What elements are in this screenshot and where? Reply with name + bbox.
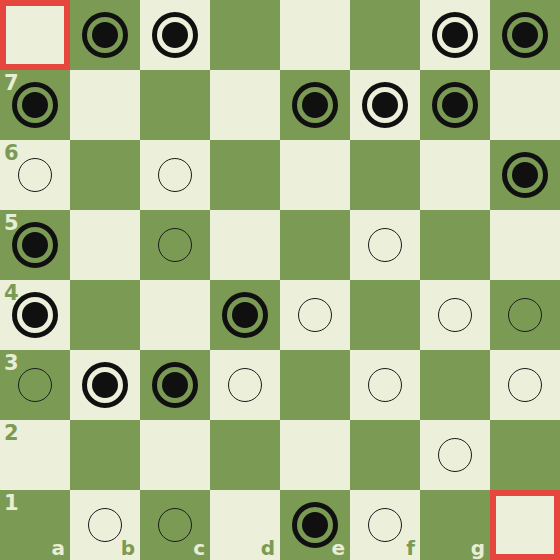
square-h1[interactable]: [490, 490, 560, 560]
rank-label-3: 3: [4, 353, 19, 374]
file-label-b: b: [121, 538, 135, 558]
square-e8[interactable]: [280, 0, 350, 70]
square-c5[interactable]: [140, 210, 210, 280]
square-b5[interactable]: [70, 210, 140, 280]
file-label-g: g: [471, 538, 485, 558]
square-f3[interactable]: [350, 350, 420, 420]
square-g1[interactable]: g: [420, 490, 490, 560]
square-c8[interactable]: [140, 0, 210, 70]
white-piece[interactable]: [438, 438, 472, 472]
square-e1[interactable]: e: [280, 490, 350, 560]
rank-label-2: 2: [4, 423, 19, 444]
square-f8[interactable]: [350, 0, 420, 70]
black-piece[interactable]: [292, 502, 338, 548]
white-piece[interactable]: [298, 298, 332, 332]
white-piece[interactable]: [88, 508, 122, 542]
square-b6[interactable]: [70, 140, 140, 210]
square-a1[interactable]: 1a: [0, 490, 70, 560]
white-piece[interactable]: [508, 298, 542, 332]
square-a3[interactable]: 3: [0, 350, 70, 420]
black-piece[interactable]: [12, 222, 58, 268]
square-d7[interactable]: [210, 70, 280, 140]
white-piece[interactable]: [228, 368, 262, 402]
black-piece[interactable]: [222, 292, 268, 338]
square-g5[interactable]: [420, 210, 490, 280]
square-a6[interactable]: 6: [0, 140, 70, 210]
square-b4[interactable]: [70, 280, 140, 350]
black-piece[interactable]: [12, 292, 58, 338]
square-f2[interactable]: [350, 420, 420, 490]
file-label-a: a: [52, 538, 66, 558]
square-b7[interactable]: [70, 70, 140, 140]
square-b1[interactable]: b: [70, 490, 140, 560]
square-e7[interactable]: [280, 70, 350, 140]
game-board: 7654321abcdefg: [0, 0, 560, 560]
white-piece[interactable]: [18, 158, 52, 192]
square-h2[interactable]: [490, 420, 560, 490]
square-e5[interactable]: [280, 210, 350, 280]
black-piece[interactable]: [502, 152, 548, 198]
black-piece[interactable]: [432, 82, 478, 128]
black-piece[interactable]: [432, 12, 478, 58]
square-d3[interactable]: [210, 350, 280, 420]
square-c2[interactable]: [140, 420, 210, 490]
black-piece[interactable]: [82, 12, 128, 58]
square-f1[interactable]: f: [350, 490, 420, 560]
white-piece[interactable]: [158, 228, 192, 262]
square-g7[interactable]: [420, 70, 490, 140]
white-piece[interactable]: [368, 228, 402, 262]
black-piece[interactable]: [152, 12, 198, 58]
white-piece[interactable]: [18, 368, 52, 402]
square-e3[interactable]: [280, 350, 350, 420]
file-label-c: c: [193, 538, 205, 558]
square-d1[interactable]: d: [210, 490, 280, 560]
square-d5[interactable]: [210, 210, 280, 280]
square-a8[interactable]: [0, 0, 70, 70]
square-g6[interactable]: [420, 140, 490, 210]
white-piece[interactable]: [438, 298, 472, 332]
rank-label-6: 6: [4, 143, 19, 164]
square-h7[interactable]: [490, 70, 560, 140]
file-label-e: e: [331, 538, 345, 558]
black-piece[interactable]: [502, 12, 548, 58]
square-e2[interactable]: [280, 420, 350, 490]
square-h4[interactable]: [490, 280, 560, 350]
square-c6[interactable]: [140, 140, 210, 210]
white-piece[interactable]: [158, 508, 192, 542]
square-d4[interactable]: [210, 280, 280, 350]
square-d2[interactable]: [210, 420, 280, 490]
black-piece[interactable]: [292, 82, 338, 128]
white-piece[interactable]: [368, 508, 402, 542]
black-piece[interactable]: [82, 362, 128, 408]
square-b2[interactable]: [70, 420, 140, 490]
square-b8[interactable]: [70, 0, 140, 70]
square-f6[interactable]: [350, 140, 420, 210]
square-f4[interactable]: [350, 280, 420, 350]
square-b3[interactable]: [70, 350, 140, 420]
square-g4[interactable]: [420, 280, 490, 350]
white-piece[interactable]: [508, 368, 542, 402]
square-a5[interactable]: 5: [0, 210, 70, 280]
square-d8[interactable]: [210, 0, 280, 70]
square-h8[interactable]: [490, 0, 560, 70]
square-h3[interactable]: [490, 350, 560, 420]
square-e4[interactable]: [280, 280, 350, 350]
square-d6[interactable]: [210, 140, 280, 210]
square-g8[interactable]: [420, 0, 490, 70]
black-piece[interactable]: [152, 362, 198, 408]
square-e6[interactable]: [280, 140, 350, 210]
square-h5[interactable]: [490, 210, 560, 280]
black-piece[interactable]: [362, 82, 408, 128]
square-f7[interactable]: [350, 70, 420, 140]
file-label-f: f: [406, 538, 415, 558]
black-piece[interactable]: [12, 82, 58, 128]
square-c1[interactable]: c: [140, 490, 210, 560]
square-g3[interactable]: [420, 350, 490, 420]
square-h6[interactable]: [490, 140, 560, 210]
file-label-d: d: [261, 538, 275, 558]
square-a2[interactable]: 2: [0, 420, 70, 490]
square-g2[interactable]: [420, 420, 490, 490]
white-piece[interactable]: [368, 368, 402, 402]
square-c3[interactable]: [140, 350, 210, 420]
square-f5[interactable]: [350, 210, 420, 280]
rank-label-1: 1: [4, 493, 19, 514]
white-piece[interactable]: [158, 158, 192, 192]
square-c4[interactable]: [140, 280, 210, 350]
square-a7[interactable]: 7: [0, 70, 70, 140]
square-c7[interactable]: [140, 70, 210, 140]
square-a4[interactable]: 4: [0, 280, 70, 350]
